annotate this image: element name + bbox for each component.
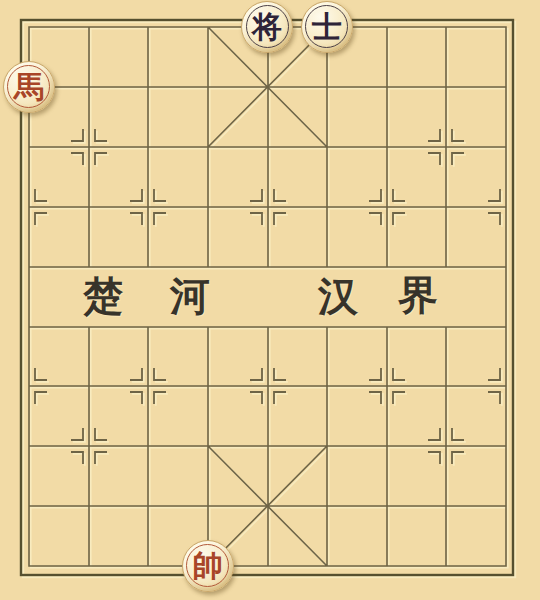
red-general-piece[interactable]: 帥 [182,540,234,592]
red-horse-piece[interactable]: 馬 [3,61,55,113]
xiangqi-board: 楚 河 汉 界 将 士 馬 帥 [0,0,540,600]
piece-glyph: 馬 [14,72,44,102]
piece-glyph: 士 [312,12,342,42]
piece-glyph: 将 [252,12,282,42]
black-general-piece[interactable]: 将 [241,1,293,53]
board-grid[interactable]: 将 士 馬 帥 [0,0,535,596]
piece-glyph: 帥 [193,551,223,581]
black-advisor-piece[interactable]: 士 [301,1,353,53]
